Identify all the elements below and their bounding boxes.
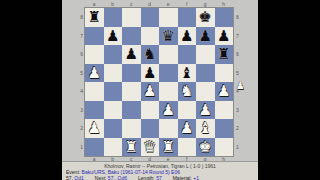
black-pawn: ♟ xyxy=(104,27,123,46)
file-label: a xyxy=(85,1,104,7)
square-b5 xyxy=(104,64,123,83)
file-label: h xyxy=(215,1,234,7)
white-bishop: ♝ xyxy=(196,119,215,138)
file-label: g xyxy=(196,1,215,7)
square-g6 xyxy=(196,45,215,64)
square-f4: ♞ xyxy=(178,82,197,101)
square-b8 xyxy=(104,8,123,27)
rank-labels-left: 87654321 xyxy=(78,8,83,156)
square-h8 xyxy=(215,8,234,27)
black-rook: ♜ xyxy=(215,45,234,64)
square-b3 xyxy=(104,101,123,120)
square-e2 xyxy=(159,119,178,138)
black-pawn: ♟ xyxy=(196,27,215,46)
square-f7: ♟ xyxy=(178,27,197,46)
black-queen: ♛ xyxy=(159,27,178,46)
square-c8 xyxy=(122,8,141,27)
square-b6 xyxy=(104,45,123,64)
square-d2 xyxy=(141,119,160,138)
black-knight: ♞ xyxy=(141,45,160,64)
square-a2: ♟ xyxy=(85,119,104,138)
square-b7: ♟ xyxy=(104,27,123,46)
square-h5 xyxy=(215,64,234,83)
black-pawn: ♟ xyxy=(215,27,234,46)
square-e5 xyxy=(159,64,178,83)
white-knight: ♞ xyxy=(178,82,197,101)
square-h1 xyxy=(215,138,234,157)
white-pawn-icon: ♟ xyxy=(236,80,245,91)
rank-label: 5 xyxy=(236,70,241,76)
rank-label: 8 xyxy=(236,14,241,20)
square-c4 xyxy=(122,82,141,101)
rank-label: 1 xyxy=(236,144,241,150)
square-g7: ♟ xyxy=(196,27,215,46)
square-f8 xyxy=(178,8,197,27)
white-king: ♚ xyxy=(196,138,215,157)
square-d5: ♟ xyxy=(141,64,160,83)
square-d3 xyxy=(141,101,160,120)
move-status-line: 57. Qd1 Next: 57...Qd6 Length: 57 Materi… xyxy=(66,175,258,180)
file-labels-top: abcdefgh xyxy=(85,1,233,7)
white-rook: ♜ xyxy=(159,138,178,157)
file-label: b xyxy=(104,1,123,7)
black-king: ♚ xyxy=(196,8,215,27)
square-f6 xyxy=(178,45,197,64)
letterbox-right xyxy=(258,0,320,180)
rank-label: 3 xyxy=(78,107,83,113)
rank-label: 8 xyxy=(78,14,83,20)
square-d7 xyxy=(141,27,160,46)
square-b4 xyxy=(104,82,123,101)
square-h3 xyxy=(215,101,234,120)
square-a7 xyxy=(85,27,104,46)
square-h4: ♟ xyxy=(215,82,234,101)
square-e3: ♟ xyxy=(159,101,178,120)
file-label: e xyxy=(159,1,178,7)
white-pawn: ♟ xyxy=(215,82,234,101)
rank-label: 3 xyxy=(236,107,241,113)
square-g2: ♝ xyxy=(196,119,215,138)
white-pawn: ♟ xyxy=(196,101,215,120)
rank-label: 6 xyxy=(78,51,83,57)
rank-label: 4 xyxy=(78,88,83,94)
rank-label: 6 xyxy=(236,51,241,57)
square-g8: ♚ xyxy=(196,8,215,27)
square-d6: ♞ xyxy=(141,45,160,64)
file-label: c xyxy=(122,1,141,7)
square-a6 xyxy=(85,45,104,64)
square-f1 xyxy=(178,138,197,157)
black-pawn: ♟ xyxy=(122,45,141,64)
video-frame: abcdefgh abcdefgh 87654321 87654321 ♜♚♟♛… xyxy=(0,0,320,180)
rank-label: 5 xyxy=(78,70,83,76)
white-pawn: ♟ xyxy=(159,101,178,120)
square-e8 xyxy=(159,8,178,27)
square-e6 xyxy=(159,45,178,64)
square-d8 xyxy=(141,8,160,27)
square-f3 xyxy=(178,101,197,120)
game-length: Length: 57 xyxy=(138,175,162,180)
rank-label: 2 xyxy=(236,125,241,131)
white-queen: ♛ xyxy=(141,138,160,157)
rank-label: 1 xyxy=(78,144,83,150)
square-c7 xyxy=(122,27,141,46)
square-g5 xyxy=(196,64,215,83)
square-a4 xyxy=(85,82,104,101)
square-h7: ♟ xyxy=(215,27,234,46)
square-c2 xyxy=(122,119,141,138)
black-pawn: ♟ xyxy=(141,64,160,83)
file-label: f xyxy=(178,1,197,7)
square-c6: ♟ xyxy=(122,45,141,64)
rank-label: 7 xyxy=(78,33,83,39)
square-b1 xyxy=(104,138,123,157)
square-g3: ♟ xyxy=(196,101,215,120)
square-f5: ♝ xyxy=(178,64,197,83)
square-e1: ♜ xyxy=(159,138,178,157)
square-c5 xyxy=(122,64,141,83)
square-g4 xyxy=(196,82,215,101)
chessboard-panel: abcdefgh abcdefgh 87654321 87654321 ♜♚♟♛… xyxy=(62,0,258,180)
white-pawn: ♟ xyxy=(178,119,197,138)
square-g1: ♚ xyxy=(196,138,215,157)
white-rook: ♜ xyxy=(122,138,141,157)
white-pawn: ♟ xyxy=(85,119,104,138)
white-pawn: ♟ xyxy=(141,82,160,101)
square-a1 xyxy=(85,138,104,157)
square-h6: ♜ xyxy=(215,45,234,64)
square-c1: ♜ xyxy=(122,138,141,157)
square-d4: ♟ xyxy=(141,82,160,101)
black-rook: ♜ xyxy=(85,8,104,27)
white-pawn: ♟ xyxy=(85,64,104,83)
square-d1: ♛ xyxy=(141,138,160,157)
square-c3 xyxy=(122,101,141,120)
square-b2 xyxy=(104,119,123,138)
letterbox-left xyxy=(0,0,62,180)
square-h2 xyxy=(215,119,234,138)
square-a3 xyxy=(85,101,104,120)
square-e7: ♛ xyxy=(159,27,178,46)
chess-board: ♜♚♟♛♟♟♟♟♞♜♟♟♝♟♞♟♟♟♟♟♝♜♛♜♚ xyxy=(85,8,233,156)
square-a8: ♜ xyxy=(85,8,104,27)
last-move: 57. Qd1 xyxy=(66,175,84,180)
black-bishop: ♝ xyxy=(178,64,197,83)
next-move: Next: 57...Qd6 xyxy=(95,175,127,180)
square-f2: ♟ xyxy=(178,119,197,138)
game-info-bar: Kholmov, Ratmir -- Petrosian, Tigran L (… xyxy=(62,161,258,180)
file-label: d xyxy=(141,1,160,7)
black-pawn: ♟ xyxy=(178,27,197,46)
rank-label: 2 xyxy=(78,125,83,131)
material-count: Material: +1 xyxy=(173,175,199,180)
square-e4 xyxy=(159,82,178,101)
square-a5: ♟ xyxy=(85,64,104,83)
rank-label: 7 xyxy=(236,33,241,39)
